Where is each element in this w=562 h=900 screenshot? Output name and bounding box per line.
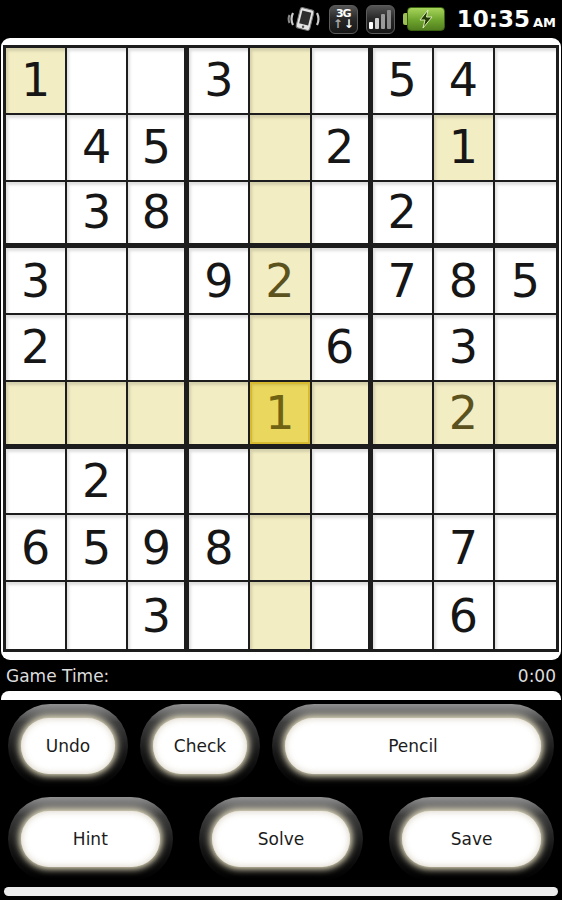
cell-r6c3[interactable] xyxy=(128,382,189,449)
cell-r5c3[interactable] xyxy=(128,315,189,382)
cell-r2c4[interactable] xyxy=(189,115,250,182)
cell-r9c6[interactable] xyxy=(312,582,373,649)
cell-r9c8[interactable]: 6 xyxy=(434,582,495,649)
cell-r7c9[interactable] xyxy=(495,449,556,516)
cell-r8c6[interactable] xyxy=(312,515,373,582)
cell-r5c2[interactable] xyxy=(67,315,128,382)
cell-r9c1[interactable] xyxy=(6,582,67,649)
cell-r8c7[interactable] xyxy=(373,515,434,582)
cell-r1c8[interactable]: 4 xyxy=(434,48,495,115)
cell-r8c9[interactable] xyxy=(495,515,556,582)
cell-r2c9[interactable] xyxy=(495,115,556,182)
cell-r9c2[interactable] xyxy=(67,582,128,649)
cell-r9c3[interactable]: 3 xyxy=(128,582,189,649)
cell-r6c6[interactable] xyxy=(312,382,373,449)
cell-r3c1[interactable] xyxy=(6,182,67,249)
charging-bolt-icon xyxy=(418,10,434,28)
solve-button[interactable]: Solve xyxy=(199,797,364,881)
cell-r8c3[interactable]: 9 xyxy=(128,515,189,582)
cell-r9c5[interactable] xyxy=(250,582,311,649)
cell-r8c2[interactable]: 5 xyxy=(67,515,128,582)
signal-strength-icon xyxy=(366,5,395,34)
cell-r5c6[interactable]: 6 xyxy=(312,315,373,382)
clock-suffix: AM xyxy=(533,15,556,30)
cell-r6c9[interactable] xyxy=(495,382,556,449)
signal-bars xyxy=(369,6,391,33)
cell-r3c7[interactable]: 2 xyxy=(373,182,434,249)
cell-r7c4[interactable] xyxy=(189,449,250,516)
cell-r4c9[interactable]: 5 xyxy=(495,248,556,315)
cell-r1c2[interactable] xyxy=(67,48,128,115)
board-panel: 135445213823927852631226598736 xyxy=(1,38,561,660)
cell-r7c5[interactable] xyxy=(250,449,311,516)
cell-r3c6[interactable] xyxy=(312,182,373,249)
cell-r6c4[interactable] xyxy=(189,382,250,449)
cell-r3c9[interactable] xyxy=(495,182,556,249)
cell-r5c8[interactable]: 3 xyxy=(434,315,495,382)
cell-r3c4[interactable] xyxy=(189,182,250,249)
solve-button-label: Solve xyxy=(212,811,351,867)
cell-r9c4[interactable] xyxy=(189,582,250,649)
hint-button-label: Hint xyxy=(21,811,160,867)
button-row-1: Undo Check Pencil xyxy=(0,700,562,793)
vibrate-icon xyxy=(287,4,321,34)
cell-r2c8[interactable]: 1 xyxy=(434,115,495,182)
game-time-value: 0:00 xyxy=(518,666,556,686)
cell-r7c7[interactable] xyxy=(373,449,434,516)
cell-r8c1[interactable]: 6 xyxy=(6,515,67,582)
clock-time: 10:35 xyxy=(457,6,530,32)
cell-r6c1[interactable] xyxy=(6,382,67,449)
cell-r4c7[interactable]: 7 xyxy=(373,248,434,315)
cell-r4c8[interactable]: 8 xyxy=(434,248,495,315)
cell-r7c2[interactable]: 2 xyxy=(67,449,128,516)
cell-r1c9[interactable] xyxy=(495,48,556,115)
cell-r2c7[interactable] xyxy=(373,115,434,182)
cell-r2c6[interactable]: 2 xyxy=(312,115,373,182)
cell-r4c6[interactable] xyxy=(312,248,373,315)
cell-r4c4[interactable]: 9 xyxy=(189,248,250,315)
undo-button-label: Undo xyxy=(21,718,115,774)
status-clock: 10:35AM xyxy=(455,6,556,32)
cell-r2c2[interactable]: 4 xyxy=(67,115,128,182)
game-time-bar: Game Time: 0:00 xyxy=(0,660,562,691)
check-button[interactable]: Check xyxy=(140,704,260,788)
sudoku-grid[interactable]: 135445213823927852631226598736 xyxy=(3,45,559,652)
cell-r5c1[interactable]: 2 xyxy=(6,315,67,382)
panel-bottom-strip xyxy=(4,887,558,896)
cell-r7c6[interactable] xyxy=(312,449,373,516)
cell-r2c1[interactable] xyxy=(6,115,67,182)
cell-r1c4[interactable]: 3 xyxy=(189,48,250,115)
cell-r5c4[interactable] xyxy=(189,315,250,382)
button-row-2: Hint Solve Save xyxy=(0,793,562,886)
cell-r5c5[interactable] xyxy=(250,315,311,382)
cell-r5c9[interactable] xyxy=(495,315,556,382)
cell-r3c8[interactable] xyxy=(434,182,495,249)
cell-r8c5[interactable] xyxy=(250,515,311,582)
cell-r4c5[interactable]: 2 xyxy=(250,248,311,315)
cell-r7c8[interactable] xyxy=(434,449,495,516)
3g-data-icon: 3G ↑↓ xyxy=(329,5,358,34)
status-bar: 3G ↑↓ 10:35AM xyxy=(0,0,562,38)
hint-button[interactable]: Hint xyxy=(8,797,173,881)
cell-r9c9[interactable] xyxy=(495,582,556,649)
cell-r6c5[interactable]: 1 xyxy=(250,382,311,449)
pencil-button[interactable]: Pencil xyxy=(272,704,554,788)
pencil-button-label: Pencil xyxy=(285,718,541,774)
battery-charging-icon xyxy=(403,6,447,32)
cell-r1c5[interactable] xyxy=(250,48,311,115)
cell-r4c2[interactable] xyxy=(67,248,128,315)
cell-r6c7[interactable] xyxy=(373,382,434,449)
cell-r4c1[interactable]: 3 xyxy=(6,248,67,315)
cell-r3c3[interactable]: 8 xyxy=(128,182,189,249)
cell-r2c5[interactable] xyxy=(250,115,311,182)
cell-r1c3[interactable] xyxy=(128,48,189,115)
cell-r1c7[interactable]: 5 xyxy=(373,48,434,115)
cell-r3c2[interactable]: 3 xyxy=(67,182,128,249)
3g-arrows: ↑↓ xyxy=(333,18,354,30)
check-button-label: Check xyxy=(153,718,247,774)
cell-r9c7[interactable] xyxy=(373,582,434,649)
cell-r5c7[interactable] xyxy=(373,315,434,382)
save-button[interactable]: Save xyxy=(389,797,554,881)
panel-top-strip xyxy=(1,691,561,700)
cell-r7c3[interactable] xyxy=(128,449,189,516)
cell-r1c6[interactable] xyxy=(312,48,373,115)
cell-r4c3[interactable] xyxy=(128,248,189,315)
cell-r6c8[interactable]: 2 xyxy=(434,382,495,449)
cell-r3c5[interactable] xyxy=(250,182,311,249)
cell-r2c3[interactable]: 5 xyxy=(128,115,189,182)
cell-r8c4[interactable]: 8 xyxy=(189,515,250,582)
cell-r6c2[interactable] xyxy=(67,382,128,449)
cell-r1c1[interactable]: 1 xyxy=(6,48,67,115)
game-time-label: Game Time: xyxy=(6,666,109,686)
cell-r7c1[interactable] xyxy=(6,449,67,516)
cell-r8c8[interactable]: 7 xyxy=(434,515,495,582)
button-panel: Undo Check Pencil Hint Solve Save xyxy=(0,691,562,900)
save-button-label: Save xyxy=(402,811,541,867)
undo-button[interactable]: Undo xyxy=(8,704,128,788)
